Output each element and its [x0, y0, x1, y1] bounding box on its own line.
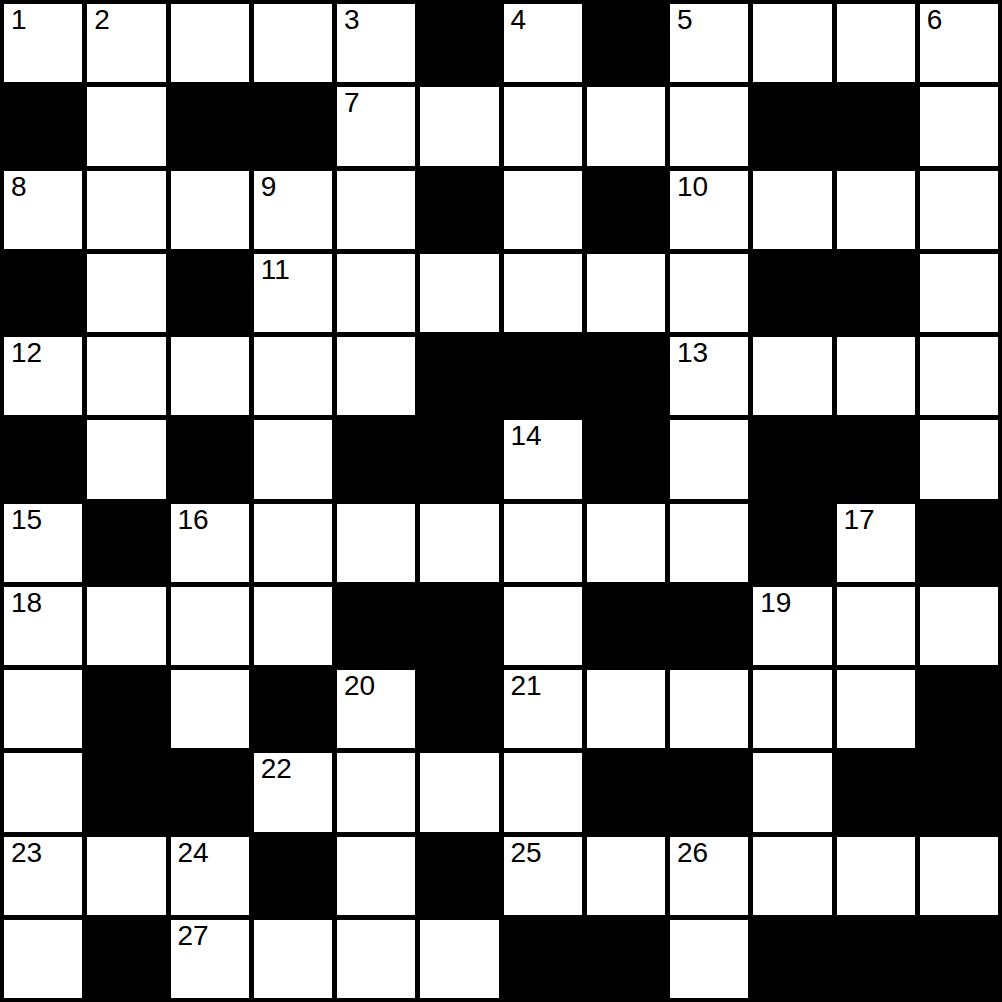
letter-cell-r8c8[interactable]: [670, 670, 748, 748]
letter-cell-r0c0[interactable]: 1: [4, 4, 82, 82]
letter-cell-r4c3[interactable]: [254, 337, 332, 415]
clue-number-19: 19: [760, 589, 791, 617]
letter-cell-r2c11[interactable]: [920, 171, 998, 249]
letter-cell-r4c1[interactable]: [87, 337, 165, 415]
clue-number-7: 7: [344, 89, 360, 117]
letter-cell-r6c0[interactable]: 15: [4, 504, 82, 582]
letter-cell-r0c1[interactable]: 2: [87, 4, 165, 82]
letter-cell-r1c4[interactable]: 7: [337, 87, 415, 165]
letter-cell-r3c1[interactable]: [87, 254, 165, 332]
clue-number-15: 15: [11, 506, 42, 534]
block-cell-r3c2: [171, 254, 249, 332]
letter-cell-r9c3[interactable]: 22: [254, 753, 332, 831]
clue-number-4: 4: [511, 6, 527, 34]
block-cell-r9c8: [670, 753, 748, 831]
letter-cell-r2c2[interactable]: [171, 171, 249, 249]
letter-cell-r4c8[interactable]: 13: [670, 337, 748, 415]
clue-number-16: 16: [178, 506, 209, 534]
letter-cell-r10c11[interactable]: [920, 837, 998, 915]
letter-cell-r1c7[interactable]: [587, 87, 665, 165]
letter-cell-r8c9[interactable]: [753, 670, 831, 748]
letter-cell-r2c1[interactable]: [87, 171, 165, 249]
letter-cell-r2c6[interactable]: [504, 171, 582, 249]
clue-number-13: 13: [677, 339, 708, 367]
letter-cell-r4c4[interactable]: [337, 337, 415, 415]
block-cell-r6c11: [920, 504, 998, 582]
letter-cell-r9c4[interactable]: [337, 753, 415, 831]
block-cell-r1c9: [753, 87, 831, 165]
letter-cell-r5c8[interactable]: [670, 420, 748, 498]
block-cell-r5c5: [420, 420, 498, 498]
letter-cell-r7c9[interactable]: 19: [753, 587, 831, 665]
letter-cell-r1c6[interactable]: [504, 87, 582, 165]
block-cell-r5c0: [4, 420, 82, 498]
letter-cell-r0c10[interactable]: [837, 4, 915, 82]
letter-cell-r10c0[interactable]: 23: [4, 837, 82, 915]
block-cell-r6c1: [87, 504, 165, 582]
letter-cell-r6c10[interactable]: 17: [837, 504, 915, 582]
letter-cell-r3c6[interactable]: [504, 254, 582, 332]
letter-cell-r8c10[interactable]: [837, 670, 915, 748]
letter-cell-r11c4[interactable]: [337, 920, 415, 998]
letter-cell-r3c3[interactable]: 11: [254, 254, 332, 332]
block-cell-r8c1: [87, 670, 165, 748]
letter-cell-r1c5[interactable]: [420, 87, 498, 165]
clue-number-10: 10: [677, 173, 708, 201]
block-cell-r5c10: [837, 420, 915, 498]
clue-number-11: 11: [261, 256, 290, 284]
letter-cell-r2c3[interactable]: 9: [254, 171, 332, 249]
block-cell-r4c7: [587, 337, 665, 415]
block-cell-r11c9: [753, 920, 831, 998]
block-cell-r5c9: [753, 420, 831, 498]
letter-cell-r9c0[interactable]: [4, 753, 82, 831]
letter-cell-r2c8[interactable]: 10: [670, 171, 748, 249]
block-cell-r0c5: [420, 4, 498, 82]
letter-cell-r2c4[interactable]: [337, 171, 415, 249]
letter-cell-r11c3[interactable]: [254, 920, 332, 998]
clue-number-14: 14: [511, 422, 542, 450]
block-cell-r9c10: [837, 753, 915, 831]
block-cell-r7c5: [420, 587, 498, 665]
block-cell-r11c7: [587, 920, 665, 998]
letter-cell-r0c9[interactable]: [753, 4, 831, 82]
letter-cell-r7c6[interactable]: [504, 587, 582, 665]
letter-cell-r6c8[interactable]: [670, 504, 748, 582]
crossword-grid: 1234567891011121314151617181920212223242…: [0, 0, 1002, 1002]
letter-cell-r8c4[interactable]: 20: [337, 670, 415, 748]
letter-cell-r3c7[interactable]: [587, 254, 665, 332]
letter-cell-r6c2[interactable]: 16: [171, 504, 249, 582]
letter-cell-r3c4[interactable]: [337, 254, 415, 332]
letter-cell-r11c2[interactable]: 27: [171, 920, 249, 998]
letter-cell-r1c1[interactable]: [87, 87, 165, 165]
letter-cell-r7c1[interactable]: [87, 587, 165, 665]
letter-cell-r1c8[interactable]: [670, 87, 748, 165]
letter-cell-r0c6[interactable]: 4: [504, 4, 582, 82]
letter-cell-r11c0[interactable]: [4, 920, 82, 998]
block-cell-r9c11: [920, 753, 998, 831]
clue-number-18: 18: [11, 589, 42, 617]
letter-cell-r7c10[interactable]: [837, 587, 915, 665]
clue-number-9: 9: [261, 173, 277, 201]
block-cell-r5c2: [171, 420, 249, 498]
letter-cell-r9c6[interactable]: [504, 753, 582, 831]
clue-number-5: 5: [677, 6, 693, 34]
block-cell-r11c6: [504, 920, 582, 998]
letter-cell-r10c1[interactable]: [87, 837, 165, 915]
letter-cell-r10c10[interactable]: [837, 837, 915, 915]
block-cell-r3c10: [837, 254, 915, 332]
letter-cell-r6c6[interactable]: [504, 504, 582, 582]
letter-cell-r4c9[interactable]: [753, 337, 831, 415]
letter-cell-r4c11[interactable]: [920, 337, 998, 415]
clue-number-21: 21: [511, 672, 542, 700]
block-cell-r4c5: [420, 337, 498, 415]
letter-cell-r4c10[interactable]: [837, 337, 915, 415]
block-cell-r6c9: [753, 504, 831, 582]
block-cell-r3c9: [753, 254, 831, 332]
letter-cell-r9c5[interactable]: [420, 753, 498, 831]
letter-cell-r8c0[interactable]: [4, 670, 82, 748]
block-cell-r3c0: [4, 254, 82, 332]
letter-cell-r10c2[interactable]: 24: [171, 837, 249, 915]
letter-cell-r10c9[interactable]: [753, 837, 831, 915]
block-cell-r5c4: [337, 420, 415, 498]
block-cell-r11c10: [837, 920, 915, 998]
letter-cell-r8c6[interactable]: 21: [504, 670, 582, 748]
block-cell-r7c4: [337, 587, 415, 665]
block-cell-r10c3: [254, 837, 332, 915]
block-cell-r8c5: [420, 670, 498, 748]
clue-number-17: 17: [844, 506, 875, 534]
letter-cell-r0c11[interactable]: 6: [920, 4, 998, 82]
letter-cell-r10c4[interactable]: [337, 837, 415, 915]
letter-cell-r7c11[interactable]: [920, 587, 998, 665]
letter-cell-r10c6[interactable]: 25: [504, 837, 582, 915]
block-cell-r8c3: [254, 670, 332, 748]
letter-cell-r11c5[interactable]: [420, 920, 498, 998]
letter-cell-r5c11[interactable]: [920, 420, 998, 498]
letter-cell-r2c10[interactable]: [837, 171, 915, 249]
letter-cell-r7c0[interactable]: 18: [4, 587, 82, 665]
clue-number-20: 20: [344, 672, 375, 700]
letter-cell-r10c8[interactable]: 26: [670, 837, 748, 915]
block-cell-r2c7: [587, 171, 665, 249]
letter-cell-r0c2[interactable]: [171, 4, 249, 82]
clue-number-23: 23: [11, 839, 42, 867]
letter-cell-r8c7[interactable]: [587, 670, 665, 748]
block-cell-r1c2: [171, 87, 249, 165]
letter-cell-r6c7[interactable]: [587, 504, 665, 582]
letter-cell-r5c1[interactable]: [87, 420, 165, 498]
block-cell-r4c6: [504, 337, 582, 415]
letter-cell-r0c8[interactable]: 5: [670, 4, 748, 82]
letter-cell-r8c2[interactable]: [171, 670, 249, 748]
clue-number-24: 24: [178, 839, 209, 867]
block-cell-r9c2: [171, 753, 249, 831]
block-cell-r9c7: [587, 753, 665, 831]
letter-cell-r10c7[interactable]: [587, 837, 665, 915]
letter-cell-r6c5[interactable]: [420, 504, 498, 582]
clue-number-8: 8: [11, 173, 27, 201]
clue-number-22: 22: [261, 755, 292, 783]
letter-cell-r1c11[interactable]: [920, 87, 998, 165]
block-cell-r1c3: [254, 87, 332, 165]
letter-cell-r6c4[interactable]: [337, 504, 415, 582]
clue-number-6: 6: [927, 6, 943, 34]
letter-cell-r3c5[interactable]: [420, 254, 498, 332]
block-cell-r10c5: [420, 837, 498, 915]
block-cell-r1c0: [4, 87, 82, 165]
block-cell-r7c7: [587, 587, 665, 665]
letter-cell-r5c6[interactable]: 14: [504, 420, 582, 498]
letter-cell-r7c2[interactable]: [171, 587, 249, 665]
block-cell-r11c1: [87, 920, 165, 998]
clue-number-25: 25: [511, 839, 542, 867]
letter-cell-r6c3[interactable]: [254, 504, 332, 582]
block-cell-r11c11: [920, 920, 998, 998]
letter-cell-r0c4[interactable]: 3: [337, 4, 415, 82]
clue-number-26: 26: [677, 839, 708, 867]
letter-cell-r2c9[interactable]: [753, 171, 831, 249]
clue-number-1: 1: [11, 6, 27, 34]
letter-cell-r0c3[interactable]: [254, 4, 332, 82]
letter-cell-r4c0[interactable]: 12: [4, 337, 82, 415]
letter-cell-r9c9[interactable]: [753, 753, 831, 831]
block-cell-r7c8: [670, 587, 748, 665]
letter-cell-r2c0[interactable]: 8: [4, 171, 82, 249]
clue-number-12: 12: [11, 339, 42, 367]
block-cell-r5c7: [587, 420, 665, 498]
clue-number-27: 27: [178, 922, 209, 950]
letter-cell-r7c3[interactable]: [254, 587, 332, 665]
letter-cell-r4c2[interactable]: [171, 337, 249, 415]
letter-cell-r3c8[interactable]: [670, 254, 748, 332]
clue-number-3: 3: [344, 6, 360, 34]
letter-cell-r11c8[interactable]: [670, 920, 748, 998]
block-cell-r8c11: [920, 670, 998, 748]
block-cell-r2c5: [420, 171, 498, 249]
letter-cell-r5c3[interactable]: [254, 420, 332, 498]
block-cell-r0c7: [587, 4, 665, 82]
letter-cell-r3c11[interactable]: [920, 254, 998, 332]
clue-number-2: 2: [94, 6, 110, 34]
block-cell-r1c10: [837, 87, 915, 165]
block-cell-r9c1: [87, 753, 165, 831]
